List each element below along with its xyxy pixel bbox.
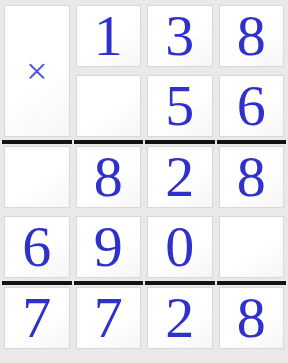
rule-line-1-segment xyxy=(2,140,72,144)
cell-product-thousands: 7 xyxy=(4,287,70,349)
cell-product-hundreds: 7 xyxy=(76,287,142,349)
cell-product-tens: 2 xyxy=(147,287,213,349)
cell-multiplicand-hundreds: 1 xyxy=(76,5,142,67)
rule-line-1-segment xyxy=(74,140,144,144)
multiplication-worksheet: × 1 3 8 5 6 8 2 8 6 9 0 7 7 2 8 xyxy=(0,0,288,363)
multiply-sign-cell: × xyxy=(4,5,70,137)
cell-partial2-hundreds: 9 xyxy=(76,216,142,278)
rule-line-1-segment xyxy=(145,140,215,144)
cell-multiplier-ones: 6 xyxy=(219,75,285,137)
cell-partial1-tens: 2 xyxy=(147,146,213,208)
cell-partial1-ones: 8 xyxy=(219,146,285,208)
cell-partial2-ones xyxy=(219,216,285,278)
cell-multiplicand-tens: 3 xyxy=(147,5,213,67)
multiplication-grid: × 1 3 8 5 6 8 2 8 6 9 0 7 7 2 8 xyxy=(4,5,284,349)
cell-partial1-thousands xyxy=(4,146,70,208)
cell-product-ones: 8 xyxy=(219,287,285,349)
rule-line-2-segment xyxy=(74,281,144,285)
cell-partial2-tens: 0 xyxy=(147,216,213,278)
rule-line-2-segment xyxy=(217,281,287,285)
cell-multiplier-tens: 5 xyxy=(147,75,213,137)
cell-multiplier-hundreds xyxy=(76,75,142,137)
rule-line-1-segment xyxy=(217,140,287,144)
cell-partial1-hundreds: 8 xyxy=(76,146,142,208)
multiply-sign: × xyxy=(26,52,47,90)
cell-multiplicand-ones: 8 xyxy=(219,5,285,67)
rule-line-2-segment xyxy=(145,281,215,285)
rule-line-2-segment xyxy=(2,281,72,285)
cell-partial2-thousands: 6 xyxy=(4,216,70,278)
